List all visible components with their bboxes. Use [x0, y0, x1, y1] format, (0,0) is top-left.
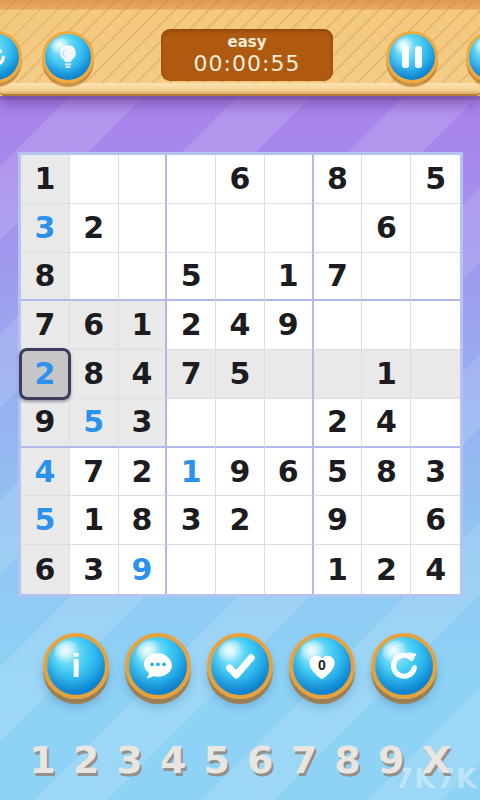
restart-button[interactable] [371, 633, 437, 699]
difficulty-label: easy [227, 34, 266, 51]
cell-r5c7[interactable] [314, 350, 363, 399]
cell-r5c2[interactable]: 8 [70, 350, 119, 399]
controls-row: i 0 [0, 633, 480, 703]
cell-r4c4[interactable]: 2 [167, 301, 216, 350]
lightbulb-icon [53, 42, 83, 72]
pause-icon [402, 46, 422, 68]
cell-digit: 9 [327, 505, 348, 535]
cell-digit: 5 [425, 164, 446, 194]
cell-r3c8[interactable] [362, 253, 411, 302]
cell-digit: 7 [181, 359, 202, 389]
cell-digit: 6 [278, 457, 299, 487]
cell-r7c6[interactable]: 6 [265, 448, 314, 497]
cell-r7c9[interactable]: 3 [411, 448, 460, 497]
cell-r5c5[interactable]: 5 [216, 350, 265, 399]
cell-r1c9[interactable]: 5 [411, 155, 460, 204]
cell-r6c6[interactable] [265, 399, 314, 448]
cell-digit: 9 [132, 555, 153, 585]
cell-r9c7[interactable]: 1 [314, 545, 363, 594]
cell-r2c6[interactable] [265, 204, 314, 253]
cell-digit: 7 [34, 310, 55, 340]
check-icon [222, 648, 258, 684]
numpad-3[interactable]: 3 [116, 736, 142, 784]
pause-button[interactable] [386, 31, 438, 83]
numpad-x[interactable]: X [421, 736, 450, 784]
cell-r5c3[interactable]: 4 [119, 350, 168, 399]
cell-r1c7[interactable]: 8 [314, 155, 363, 204]
cell-r4c3[interactable]: 1 [119, 301, 168, 350]
cell-digit: 4 [425, 555, 446, 585]
cell-digit: 2 [230, 505, 251, 535]
info-icon: i [71, 648, 80, 682]
cell-r1c2[interactable] [70, 155, 119, 204]
cell-r2c9[interactable] [411, 204, 460, 253]
cell-digit: 8 [376, 457, 397, 487]
cell-digit: 4 [132, 359, 153, 389]
check-button[interactable] [207, 633, 273, 699]
cell-r4c5[interactable]: 4 [216, 301, 265, 350]
cell-r9c9[interactable]: 4 [411, 545, 460, 594]
cell-r7c8[interactable]: 8 [362, 448, 411, 497]
cell-digit: 1 [278, 261, 299, 291]
cell-r5c4[interactable]: 7 [167, 350, 216, 399]
cell-r6c2[interactable]: 5 [70, 399, 119, 448]
cell-r4c9[interactable] [411, 301, 460, 350]
cell-r8c3[interactable]: 8 [119, 496, 168, 545]
cell-digit: 4 [376, 407, 397, 437]
cell-r7c5[interactable]: 9 [216, 448, 265, 497]
cell-digit: 6 [230, 164, 251, 194]
cell-r5c1[interactable]: 2 [21, 350, 70, 399]
cell-digit: 8 [132, 505, 153, 535]
cell-r9c1[interactable]: 6 [21, 545, 70, 594]
cell-digit: 7 [83, 457, 104, 487]
cell-digit: 3 [132, 407, 153, 437]
header-wood-bar: easy 00:00:55 [0, 0, 480, 96]
cell-r7c3[interactable]: 2 [119, 448, 168, 497]
cell-r1c6[interactable] [265, 155, 314, 204]
cell-r1c5[interactable]: 6 [216, 155, 265, 204]
cell-digit: 9 [230, 457, 251, 487]
cell-digit: 3 [34, 213, 55, 243]
cell-r6c7[interactable]: 2 [314, 399, 363, 448]
cell-r7c1[interactable]: 4 [21, 448, 70, 497]
cell-digit: 2 [34, 359, 55, 389]
wood-plank-edge [0, 83, 480, 96]
cell-r2c7[interactable] [314, 204, 363, 253]
cell-r3c5[interactable] [216, 253, 265, 302]
cell-r8c5[interactable]: 2 [216, 496, 265, 545]
cell-r3c7[interactable]: 7 [314, 253, 363, 302]
cell-r3c3[interactable] [119, 253, 168, 302]
cell-r8c6[interactable] [265, 496, 314, 545]
cell-r1c3[interactable] [119, 155, 168, 204]
cell-digit: 9 [34, 407, 55, 437]
cell-r9c3[interactable]: 9 [119, 545, 168, 594]
cell-r2c1[interactable]: 3 [21, 204, 70, 253]
cell-digit: 8 [327, 164, 348, 194]
cell-r8c2[interactable]: 1 [70, 496, 119, 545]
cell-r2c4[interactable] [167, 204, 216, 253]
hint-button[interactable] [42, 31, 94, 83]
cell-digit: 2 [181, 310, 202, 340]
cell-r2c5[interactable] [216, 204, 265, 253]
cell-r3c6[interactable]: 1 [265, 253, 314, 302]
cell-r9c5[interactable] [216, 545, 265, 594]
cell-digit: 3 [181, 505, 202, 535]
cell-digit: 1 [132, 310, 153, 340]
cell-r6c3[interactable]: 3 [119, 399, 168, 448]
number-pad: 123456789X [0, 736, 480, 784]
lives-button[interactable]: 0 [289, 633, 355, 699]
info-button[interactable]: i [43, 633, 109, 699]
cell-digit: 5 [181, 261, 202, 291]
cell-r2c3[interactable] [119, 204, 168, 253]
cell-r2c2[interactable]: 2 [70, 204, 119, 253]
cell-digit: 1 [34, 164, 55, 194]
cell-digit: 8 [83, 359, 104, 389]
cell-digit: 6 [34, 555, 55, 585]
cell-digit: 5 [34, 505, 55, 535]
cell-r1c1[interactable]: 1 [21, 155, 70, 204]
cell-digit: 3 [83, 555, 104, 585]
cell-r8c9[interactable]: 6 [411, 496, 460, 545]
cell-r4c6[interactable]: 9 [265, 301, 314, 350]
cell-r4c8[interactable] [362, 301, 411, 350]
cell-r8c8[interactable] [362, 496, 411, 545]
cell-digit: 1 [83, 505, 104, 535]
numpad-1[interactable]: 1 [29, 736, 55, 784]
cell-r5c6[interactable] [265, 350, 314, 399]
cell-r7c7[interactable]: 5 [314, 448, 363, 497]
numpad-6[interactable]: 6 [247, 736, 273, 784]
cell-r9c4[interactable] [167, 545, 216, 594]
numpad-7[interactable]: 7 [291, 736, 317, 784]
cell-r7c4[interactable]: 1 [167, 448, 216, 497]
numpad-8[interactable]: 8 [334, 736, 360, 784]
numpad-2[interactable]: 2 [73, 736, 99, 784]
cell-r6c1[interactable]: 9 [21, 399, 70, 448]
gloss-highlight [473, 35, 480, 56]
sudoku-app: easy 00:00:55 16853268517761249284751953… [0, 0, 480, 800]
cell-r8c7[interactable]: 9 [314, 496, 363, 545]
cell-r6c5[interactable] [216, 399, 265, 448]
timer-value: 00:00:55 [194, 51, 301, 77]
cell-r8c1[interactable]: 5 [21, 496, 70, 545]
cell-r6c8[interactable]: 4 [362, 399, 411, 448]
cell-r3c1[interactable]: 8 [21, 253, 70, 302]
cell-digit: 5 [327, 457, 348, 487]
restart-icon [386, 648, 422, 684]
timer-panel: easy 00:00:55 [161, 29, 333, 81]
cell-r5c9[interactable] [411, 350, 460, 399]
cell-r6c9[interactable] [411, 399, 460, 448]
cell-digit: 4 [34, 457, 55, 487]
cell-r9c8[interactable]: 2 [362, 545, 411, 594]
cell-digit: 1 [181, 457, 202, 487]
cell-r7c2[interactable]: 7 [70, 448, 119, 497]
cell-r8c4[interactable]: 3 [167, 496, 216, 545]
sudoku-board: 1685326851776124928475195324472196583518… [18, 152, 463, 597]
cell-r4c2[interactable]: 6 [70, 301, 119, 350]
cell-r3c4[interactable]: 5 [167, 253, 216, 302]
cell-digit: 2 [376, 555, 397, 585]
cell-digit: 6 [83, 310, 104, 340]
cell-r3c2[interactable] [70, 253, 119, 302]
cell-r5c8[interactable]: 1 [362, 350, 411, 399]
numpad-5[interactable]: 5 [204, 736, 230, 784]
cell-digit: 9 [278, 310, 299, 340]
cell-digit: 7 [327, 261, 348, 291]
numpad-4[interactable]: 4 [160, 736, 186, 784]
cell-digit: 8 [34, 261, 55, 291]
cell-r4c7[interactable] [314, 301, 363, 350]
cell-digit: 5 [230, 359, 251, 389]
chat-icon [140, 648, 176, 684]
cell-digit: 1 [327, 555, 348, 585]
arrow-icon [0, 46, 7, 68]
cell-r2c8[interactable]: 6 [362, 204, 411, 253]
lives-count: 0 [318, 657, 326, 673]
cell-r1c4[interactable] [167, 155, 216, 204]
cell-digit: 2 [327, 407, 348, 437]
numpad-9[interactable]: 9 [378, 736, 404, 784]
cell-r9c6[interactable] [265, 545, 314, 594]
cell-r1c8[interactable] [362, 155, 411, 204]
cell-digit: 3 [425, 457, 446, 487]
cell-digit: 2 [132, 457, 153, 487]
cell-digit: 1 [376, 359, 397, 389]
cell-digit: 6 [376, 213, 397, 243]
cell-digit: 6 [425, 505, 446, 535]
cell-r9c2[interactable]: 3 [70, 545, 119, 594]
cell-digit: 5 [83, 407, 104, 437]
cell-digit: 4 [230, 310, 251, 340]
cell-r6c4[interactable] [167, 399, 216, 448]
chat-button[interactable] [125, 633, 191, 699]
cell-r3c9[interactable] [411, 253, 460, 302]
cell-r4c1[interactable]: 7 [21, 301, 70, 350]
cell-digit: 2 [83, 213, 104, 243]
